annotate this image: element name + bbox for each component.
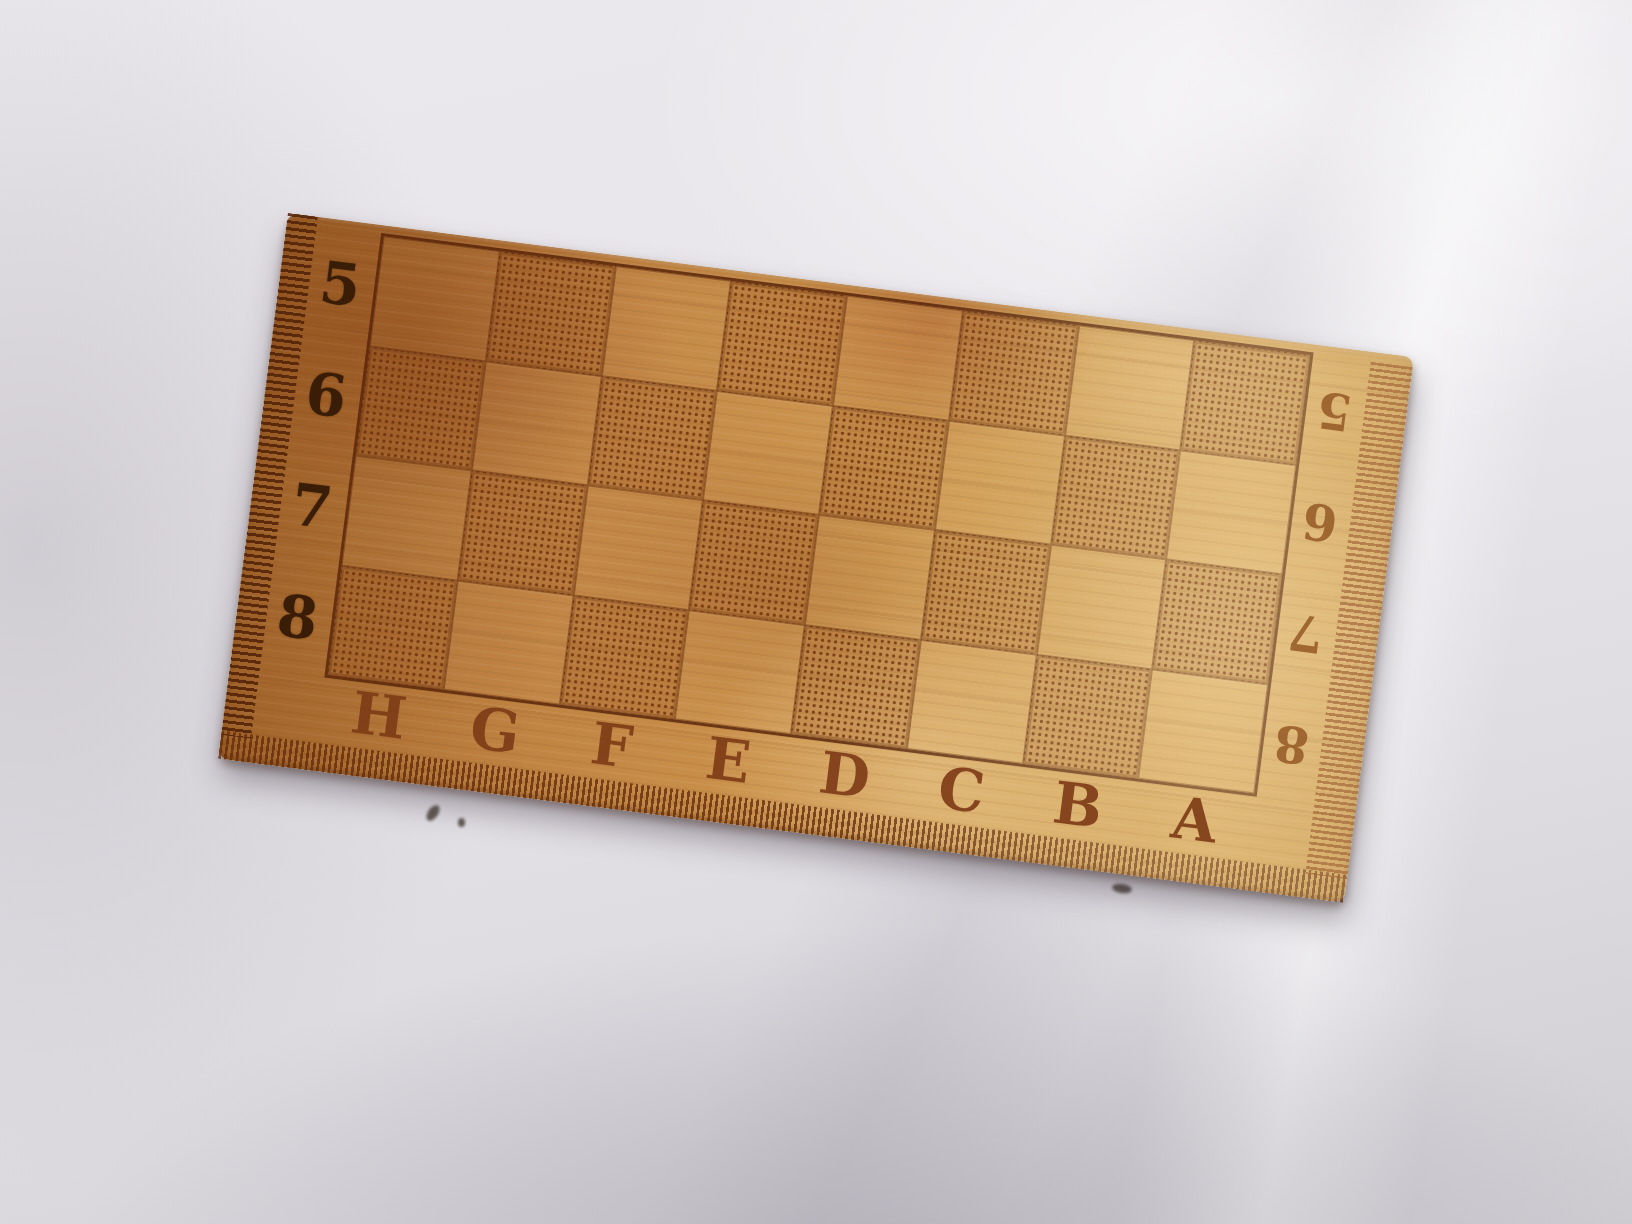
square-c5[interactable] [949, 311, 1079, 435]
file-label-f: F [549, 705, 674, 785]
square-g6[interactable] [472, 361, 602, 485]
file-label-a: A [1132, 780, 1257, 860]
square-d5[interactable] [833, 296, 963, 420]
square-g7[interactable] [457, 470, 587, 594]
square-e7[interactable] [689, 500, 819, 624]
file-label-d: D [782, 735, 907, 815]
square-c6[interactable] [935, 420, 1065, 544]
rank-label-left-8: 8 [258, 558, 338, 677]
square-f8[interactable] [559, 595, 689, 719]
file-label-c: C [899, 750, 1024, 830]
square-g8[interactable] [443, 580, 573, 704]
square-d7[interactable] [805, 515, 935, 639]
square-g5[interactable] [486, 251, 616, 375]
shadow-speck [458, 818, 465, 827]
square-d6[interactable] [819, 405, 949, 529]
rank-label-left-7: 7 [272, 447, 352, 566]
square-f5[interactable] [601, 266, 731, 390]
shadow-speck [424, 803, 443, 823]
file-label-g: G [433, 690, 558, 770]
square-h7[interactable] [342, 456, 472, 580]
file-label-h: H [316, 675, 441, 755]
rank-label-left-5: 5 [301, 224, 381, 343]
rank-label-left-6: 6 [286, 336, 366, 455]
square-c8[interactable] [907, 639, 1037, 763]
file-label-b: B [1015, 765, 1140, 845]
square-b5[interactable] [1065, 325, 1195, 449]
square-f7[interactable] [573, 485, 703, 609]
square-f6[interactable] [587, 376, 717, 500]
square-e6[interactable] [703, 390, 833, 514]
square-a6[interactable] [1166, 450, 1296, 574]
square-h8[interactable] [328, 565, 458, 689]
square-c7[interactable] [921, 530, 1051, 654]
chessboard-half: 5678 5678 HGFEDCBA [218, 213, 1414, 903]
square-a5[interactable] [1180, 340, 1310, 464]
square-h6[interactable] [356, 346, 486, 470]
file-label-e: E [666, 720, 791, 800]
square-b8[interactable] [1022, 654, 1152, 778]
square-h5[interactable] [370, 236, 500, 360]
shadow-speck [1111, 883, 1132, 895]
square-e5[interactable] [717, 281, 847, 405]
square-a7[interactable] [1152, 559, 1282, 683]
photo-scene: 5678 5678 HGFEDCBA [0, 0, 1632, 1224]
square-b7[interactable] [1037, 545, 1167, 669]
square-a8[interactable] [1138, 669, 1268, 793]
square-d8[interactable] [791, 625, 921, 749]
square-e8[interactable] [675, 610, 805, 734]
square-b6[interactable] [1051, 435, 1181, 559]
